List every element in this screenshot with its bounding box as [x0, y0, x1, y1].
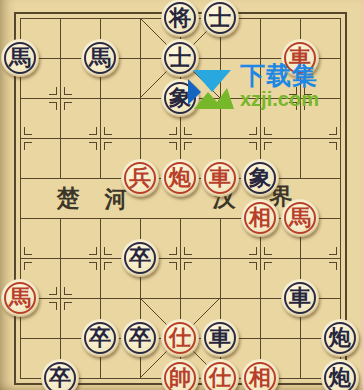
watermark-title: 下载集 — [240, 62, 319, 89]
piece-black-64[interactable]: 象 — [241, 159, 279, 197]
watermark: 下载集 xzji.com — [184, 62, 319, 116]
point-marker — [329, 142, 337, 150]
point-marker — [89, 247, 97, 255]
piece-black-28[interactable]: 卒 — [81, 319, 119, 357]
grid-line — [60, 218, 61, 379]
point-marker — [184, 142, 192, 150]
point-marker — [249, 127, 257, 135]
piece-character: 馬 — [281, 199, 319, 237]
piece-red-54[interactable]: 車 — [201, 159, 239, 197]
piece-black-19[interactable]: 卒 — [41, 359, 79, 390]
piece-character: 馬 — [1, 39, 39, 77]
point-marker — [169, 247, 177, 255]
point-marker — [249, 262, 257, 270]
point-marker — [169, 262, 177, 270]
piece-character: 卒 — [121, 239, 159, 277]
grid-line — [140, 18, 141, 179]
piece-red-59[interactable]: 仕 — [201, 359, 239, 390]
piece-black-88[interactable]: 炮 — [321, 319, 359, 357]
point-marker — [49, 287, 57, 295]
point-marker — [24, 247, 32, 255]
piece-black-77[interactable]: 車 — [281, 279, 319, 317]
piece-character: 将 — [161, 0, 199, 37]
point-marker — [64, 287, 72, 295]
piece-black-36[interactable]: 卒 — [121, 239, 159, 277]
piece-character: 帥 — [161, 359, 199, 390]
piece-character: 象 — [241, 159, 279, 197]
piece-character: 車 — [201, 159, 239, 197]
point-marker — [184, 262, 192, 270]
point-marker — [249, 142, 257, 150]
piece-character: 仕 — [161, 319, 199, 357]
point-marker — [89, 142, 97, 150]
point-marker — [64, 87, 72, 95]
piece-character: 卒 — [41, 359, 79, 390]
piece-character: 卒 — [81, 319, 119, 357]
point-marker — [329, 127, 337, 135]
point-marker — [24, 262, 32, 270]
point-marker — [104, 262, 112, 270]
point-marker — [104, 142, 112, 150]
point-marker — [329, 262, 337, 270]
piece-black-01[interactable]: 馬 — [1, 39, 39, 77]
point-marker — [89, 262, 97, 270]
piece-character: 仕 — [201, 359, 239, 390]
point-marker — [264, 142, 272, 150]
point-marker — [169, 127, 177, 135]
xzji-logo-icon — [184, 62, 238, 116]
point-marker — [104, 127, 112, 135]
point-marker — [49, 87, 57, 95]
piece-character: 相 — [241, 199, 279, 237]
piece-red-48[interactable]: 仕 — [161, 319, 199, 357]
point-marker — [24, 127, 32, 135]
point-marker — [184, 127, 192, 135]
point-marker — [89, 127, 97, 135]
point-marker — [264, 127, 272, 135]
piece-character: 士 — [201, 0, 239, 37]
piece-character: 兵 — [121, 159, 159, 197]
point-marker — [169, 142, 177, 150]
piece-character: 卒 — [121, 319, 159, 357]
piece-black-40[interactable]: 将 — [161, 0, 199, 37]
grid-line — [260, 218, 261, 379]
piece-black-21[interactable]: 馬 — [81, 39, 119, 77]
piece-character: 炮 — [321, 359, 359, 390]
piece-red-49[interactable]: 帥 — [161, 359, 199, 390]
piece-character: 車 — [201, 319, 239, 357]
piece-black-89[interactable]: 炮 — [321, 359, 359, 390]
point-marker — [104, 247, 112, 255]
point-marker — [64, 102, 72, 110]
point-marker — [184, 247, 192, 255]
piece-red-44[interactable]: 炮 — [161, 159, 199, 197]
piece-character: 馬 — [81, 39, 119, 77]
xiangqi-board[interactable]: 下载集 xzji.com 楚河汉界将士馬馬士車象兵炮車象相馬卒馬車卒卒仕車炮卒帥… — [0, 0, 363, 390]
point-marker — [329, 247, 337, 255]
piece-character: 馬 — [1, 279, 39, 317]
piece-character: 相 — [241, 359, 279, 390]
point-marker — [49, 102, 57, 110]
piece-red-69[interactable]: 相 — [241, 359, 279, 390]
piece-red-65[interactable]: 相 — [241, 199, 279, 237]
grid-line — [60, 18, 61, 179]
river-text: 楚 — [57, 183, 80, 214]
piece-red-34[interactable]: 兵 — [121, 159, 159, 197]
piece-red-07[interactable]: 馬 — [1, 279, 39, 317]
point-marker — [64, 302, 72, 310]
piece-character: 炮 — [321, 319, 359, 357]
piece-red-75[interactable]: 馬 — [281, 199, 319, 237]
point-marker — [49, 302, 57, 310]
piece-black-50[interactable]: 士 — [201, 0, 239, 37]
point-marker — [249, 247, 257, 255]
piece-black-58[interactable]: 車 — [201, 319, 239, 357]
point-marker — [264, 247, 272, 255]
point-marker — [24, 142, 32, 150]
point-marker — [264, 262, 272, 270]
piece-character: 車 — [281, 279, 319, 317]
piece-black-38[interactable]: 卒 — [121, 319, 159, 357]
watermark-url: xzji.com — [240, 89, 319, 110]
piece-character: 炮 — [161, 159, 199, 197]
